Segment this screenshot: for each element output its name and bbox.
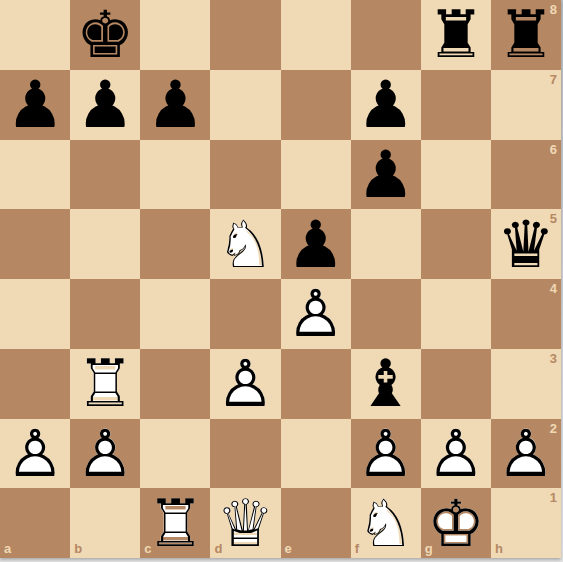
square-e3[interactable] [281, 349, 351, 419]
square-c4[interactable] [140, 279, 210, 349]
piece-glyph-outline: ♙ [0, 419, 70, 489]
square-f3[interactable]: ♝ [351, 349, 421, 419]
piece-glyph-fill: ♟ [351, 70, 421, 140]
coordinate-file-f: f [355, 541, 359, 556]
piece-glyph-fill: ♜ [421, 0, 491, 70]
piece-white-knight[interactable]: ♞♘ [210, 209, 280, 279]
coordinate-file-e: e [285, 541, 292, 556]
square-g3[interactable] [421, 349, 491, 419]
square-a3[interactable] [0, 349, 70, 419]
square-e4[interactable]: ♟♙ [281, 279, 351, 349]
square-d4[interactable] [210, 279, 280, 349]
square-g8[interactable]: ♜ [421, 0, 491, 70]
piece-glyph-fill: ♟ [210, 349, 280, 419]
square-h1[interactable]: h1 [491, 488, 561, 558]
square-h2[interactable]: ♟♙2 [491, 419, 561, 489]
piece-white-pawn[interactable]: ♟♙ [281, 279, 351, 349]
square-h5[interactable]: ♛5 [491, 209, 561, 279]
piece-glyph-fill: ♞ [351, 488, 421, 558]
piece-black-pawn[interactable]: ♟ [281, 209, 351, 279]
piece-glyph-fill: ♞ [210, 209, 280, 279]
square-c6[interactable] [140, 140, 210, 210]
piece-black-rook[interactable]: ♜ [421, 0, 491, 70]
square-a2[interactable]: ♟♙ [0, 419, 70, 489]
square-e2[interactable] [281, 419, 351, 489]
chess-board: ♚♜♜8♟♟♟♟7♟6♞♘♟♛5♟♙4♜♖♟♙♝3♟♙♟♙♟♙♟♙♟♙2ab♜♖… [0, 0, 561, 558]
square-h4[interactable]: 4 [491, 279, 561, 349]
square-d1[interactable]: ♛♕d [210, 488, 280, 558]
piece-glyph-fill: ♜ [70, 349, 140, 419]
piece-glyph-outline: ♙ [351, 419, 421, 489]
piece-black-king[interactable]: ♚ [70, 0, 140, 70]
square-a5[interactable] [0, 209, 70, 279]
square-a6[interactable] [0, 140, 70, 210]
square-a7[interactable]: ♟ [0, 70, 70, 140]
square-e5[interactable]: ♟ [281, 209, 351, 279]
coordinate-rank-1: 1 [550, 490, 557, 505]
coordinate-file-g: g [425, 541, 433, 556]
piece-glyph-outline: ♘ [351, 488, 421, 558]
square-h7[interactable]: 7 [491, 70, 561, 140]
piece-glyph-outline: ♙ [281, 279, 351, 349]
piece-glyph-fill: ♟ [421, 419, 491, 489]
square-h6[interactable]: 6 [491, 140, 561, 210]
piece-glyph-fill: ♟ [351, 419, 421, 489]
square-d2[interactable] [210, 419, 280, 489]
piece-glyph-fill: ♟ [0, 70, 70, 140]
square-b7[interactable]: ♟ [70, 70, 140, 140]
square-g6[interactable] [421, 140, 491, 210]
piece-white-rook[interactable]: ♜♖ [70, 349, 140, 419]
piece-black-bishop[interactable]: ♝ [351, 349, 421, 419]
coordinate-file-d: d [214, 541, 222, 556]
square-f6[interactable]: ♟ [351, 140, 421, 210]
coordinate-file-c: c [144, 541, 151, 556]
piece-white-pawn[interactable]: ♟♙ [70, 419, 140, 489]
square-f7[interactable]: ♟ [351, 70, 421, 140]
coordinate-rank-2: 2 [550, 421, 557, 436]
piece-glyph-fill: ♟ [0, 419, 70, 489]
piece-glyph-fill: ♟ [281, 279, 351, 349]
square-c3[interactable] [140, 349, 210, 419]
square-b8[interactable]: ♚ [70, 0, 140, 70]
piece-glyph-fill: ♟ [281, 209, 351, 279]
piece-black-pawn[interactable]: ♟ [140, 70, 210, 140]
square-b2[interactable]: ♟♙ [70, 419, 140, 489]
square-h3[interactable]: 3 [491, 349, 561, 419]
piece-white-pawn[interactable]: ♟♙ [0, 419, 70, 489]
square-c5[interactable] [140, 209, 210, 279]
square-d5[interactable]: ♞♘ [210, 209, 280, 279]
coordinate-rank-3: 3 [550, 351, 557, 366]
square-f4[interactable] [351, 279, 421, 349]
square-b5[interactable] [70, 209, 140, 279]
square-f8[interactable] [351, 0, 421, 70]
piece-glyph-fill: ♝ [351, 349, 421, 419]
piece-white-pawn[interactable]: ♟♙ [351, 419, 421, 489]
coordinate-rank-4: 4 [550, 281, 557, 296]
piece-black-pawn[interactable]: ♟ [351, 140, 421, 210]
square-e8[interactable] [281, 0, 351, 70]
square-d6[interactable] [210, 140, 280, 210]
square-e1[interactable]: e [281, 488, 351, 558]
square-e6[interactable] [281, 140, 351, 210]
square-f1[interactable]: ♞♘f [351, 488, 421, 558]
coordinate-file-a: a [4, 541, 11, 556]
piece-glyph-outline: ♙ [210, 349, 280, 419]
coordinate-file-b: b [74, 541, 82, 556]
piece-glyph-fill: ♟ [70, 419, 140, 489]
page: ♚♜♜8♟♟♟♟7♟6♞♘♟♛5♟♙4♜♖♟♙♝3♟♙♟♙♟♙♟♙♟♙2ab♜♖… [0, 0, 563, 562]
square-c2[interactable] [140, 419, 210, 489]
piece-glyph-outline: ♙ [421, 419, 491, 489]
coordinate-rank-6: 6 [550, 142, 557, 157]
piece-black-pawn[interactable]: ♟ [70, 70, 140, 140]
square-c8[interactable] [140, 0, 210, 70]
coordinate-file-h: h [495, 541, 503, 556]
piece-white-pawn[interactable]: ♟♙ [210, 349, 280, 419]
square-b3[interactable]: ♜♖ [70, 349, 140, 419]
piece-black-pawn[interactable]: ♟ [351, 70, 421, 140]
square-g5[interactable] [421, 209, 491, 279]
square-g2[interactable]: ♟♙ [421, 419, 491, 489]
piece-glyph-outline: ♙ [70, 419, 140, 489]
square-c7[interactable]: ♟ [140, 70, 210, 140]
square-e7[interactable] [281, 70, 351, 140]
piece-glyph-fill: ♟ [351, 140, 421, 210]
square-h8[interactable]: ♜8 [491, 0, 561, 70]
square-a4[interactable] [0, 279, 70, 349]
square-f5[interactable] [351, 209, 421, 279]
square-b1[interactable]: b [70, 488, 140, 558]
square-d3[interactable]: ♟♙ [210, 349, 280, 419]
square-g4[interactable] [421, 279, 491, 349]
coordinate-rank-8: 8 [550, 2, 557, 17]
square-f2[interactable]: ♟♙ [351, 419, 421, 489]
piece-black-pawn[interactable]: ♟ [0, 70, 70, 140]
square-d7[interactable] [210, 70, 280, 140]
square-g7[interactable] [421, 70, 491, 140]
coordinate-rank-5: 5 [550, 211, 557, 226]
square-a8[interactable] [0, 0, 70, 70]
piece-white-pawn[interactable]: ♟♙ [421, 419, 491, 489]
square-a1[interactable]: a [0, 488, 70, 558]
square-b4[interactable] [70, 279, 140, 349]
square-c1[interactable]: ♜♖c [140, 488, 210, 558]
piece-glyph-fill: ♟ [140, 70, 210, 140]
square-g1[interactable]: ♚♔g [421, 488, 491, 558]
piece-glyph-outline: ♘ [210, 209, 280, 279]
piece-glyph-outline: ♖ [70, 349, 140, 419]
piece-white-knight[interactable]: ♞♘ [351, 488, 421, 558]
piece-glyph-fill: ♟ [70, 70, 140, 140]
piece-glyph-fill: ♚ [70, 0, 140, 70]
square-d8[interactable] [210, 0, 280, 70]
square-b6[interactable] [70, 140, 140, 210]
coordinate-rank-7: 7 [550, 72, 557, 87]
